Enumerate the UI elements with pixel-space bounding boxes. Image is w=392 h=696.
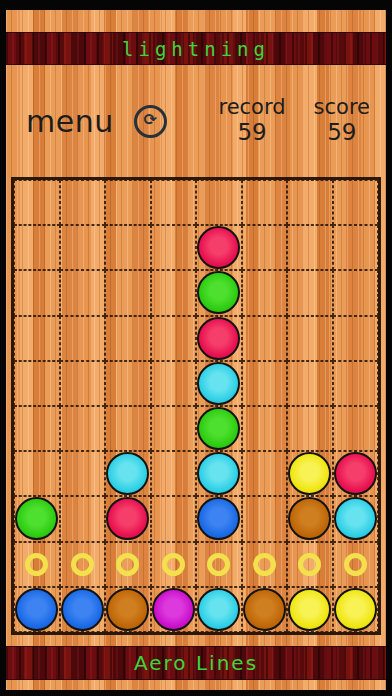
board-cell[interactable] xyxy=(105,316,151,361)
board-cell[interactable] xyxy=(60,451,106,496)
board-cell[interactable] xyxy=(105,587,151,632)
spawn-ring-marker xyxy=(253,553,276,576)
board-cell[interactable] xyxy=(105,451,151,496)
spawn-ring-marker xyxy=(71,553,94,576)
board-cell[interactable] xyxy=(333,451,379,496)
ball-green[interactable] xyxy=(15,497,58,540)
board-cell[interactable] xyxy=(196,587,242,632)
board-cell[interactable] xyxy=(242,542,288,587)
board-cell[interactable] xyxy=(196,361,242,406)
ball-red[interactable] xyxy=(197,317,240,360)
board-cell[interactable] xyxy=(60,542,106,587)
ball-yellow[interactable] xyxy=(288,588,331,631)
app-screen: lightning menu ⟳ record 59 score 59 xyxy=(0,0,392,696)
spawn-ring-marker xyxy=(298,553,321,576)
board-cell[interactable] xyxy=(151,361,197,406)
board-cell[interactable] xyxy=(287,496,333,541)
score-label: score xyxy=(314,96,370,119)
board-cell[interactable] xyxy=(242,496,288,541)
hud-right: record 59 score 59 xyxy=(218,96,370,147)
board-cell[interactable] xyxy=(287,225,333,270)
board-cell[interactable] xyxy=(196,496,242,541)
board-cell[interactable] xyxy=(105,406,151,451)
board-cell[interactable] xyxy=(196,270,242,315)
board-cell[interactable] xyxy=(151,542,197,587)
board-cell[interactable] xyxy=(242,587,288,632)
board-cell[interactable] xyxy=(287,406,333,451)
record-stat: record 59 xyxy=(218,96,285,147)
board-cell[interactable] xyxy=(333,496,379,541)
game-name: Aero Lines xyxy=(134,651,258,675)
board-cell[interactable] xyxy=(287,180,333,225)
board-cell[interactable] xyxy=(60,496,106,541)
ball-green[interactable] xyxy=(197,271,240,314)
ball-cyan[interactable] xyxy=(106,452,149,495)
board-cell[interactable] xyxy=(151,406,197,451)
board-cell[interactable] xyxy=(287,587,333,632)
ball-yellow[interactable] xyxy=(334,588,377,631)
board-cell[interactable] xyxy=(105,496,151,541)
game-board xyxy=(11,177,381,635)
board-cell[interactable] xyxy=(196,225,242,270)
ball-red[interactable] xyxy=(334,452,377,495)
ball-orange[interactable] xyxy=(288,497,331,540)
board-cell[interactable] xyxy=(105,180,151,225)
board-cell[interactable] xyxy=(105,270,151,315)
board-cell[interactable] xyxy=(60,270,106,315)
board-cell[interactable] xyxy=(151,225,197,270)
board-cell[interactable] xyxy=(14,225,60,270)
hud-left: menu ⟳ xyxy=(26,104,167,139)
ball-red[interactable] xyxy=(197,226,240,269)
board-cell[interactable] xyxy=(151,180,197,225)
board-cell[interactable] xyxy=(196,542,242,587)
board-cell[interactable] xyxy=(105,542,151,587)
board-cell[interactable] xyxy=(287,316,333,361)
board-cell[interactable] xyxy=(151,496,197,541)
board-cell[interactable] xyxy=(333,225,379,270)
board-cell[interactable] xyxy=(60,180,106,225)
board-cell[interactable] xyxy=(242,451,288,496)
ball-orange[interactable] xyxy=(243,588,286,631)
board-cell[interactable] xyxy=(151,316,197,361)
app-title: lightning xyxy=(122,38,270,60)
board-cell[interactable] xyxy=(60,406,106,451)
board-cell[interactable] xyxy=(14,451,60,496)
board-cell[interactable] xyxy=(333,270,379,315)
board-cell[interactable] xyxy=(196,451,242,496)
top-wood-strip xyxy=(6,10,386,32)
ball-magenta[interactable] xyxy=(152,588,195,631)
title-bar: lightning xyxy=(6,32,386,65)
ball-blue[interactable] xyxy=(61,588,104,631)
board-cell[interactable] xyxy=(14,542,60,587)
board-cell[interactable] xyxy=(196,406,242,451)
board-cell[interactable] xyxy=(14,361,60,406)
board-cell[interactable] xyxy=(151,587,197,632)
bottom-wood-strip xyxy=(6,680,386,690)
board-cell[interactable] xyxy=(333,361,379,406)
ball-cyan[interactable] xyxy=(197,588,240,631)
score-value: 59 xyxy=(314,119,370,147)
board-cell[interactable] xyxy=(60,587,106,632)
spawn-ring-marker xyxy=(344,553,367,576)
board-cell[interactable] xyxy=(242,316,288,361)
record-value: 59 xyxy=(218,119,285,147)
ball-cyan[interactable] xyxy=(197,362,240,405)
spawn-ring-marker xyxy=(207,553,230,576)
board-cell[interactable] xyxy=(333,316,379,361)
board-cell[interactable] xyxy=(60,225,106,270)
ball-orange[interactable] xyxy=(106,588,149,631)
board-cell[interactable] xyxy=(14,270,60,315)
board-cell[interactable] xyxy=(333,406,379,451)
board-cell[interactable] xyxy=(242,180,288,225)
lower-wood-strip xyxy=(6,635,386,646)
spawn-ring-marker xyxy=(116,553,139,576)
board-cell[interactable] xyxy=(60,361,106,406)
board-cell[interactable] xyxy=(196,316,242,361)
record-label: record xyxy=(218,96,285,119)
board-cell[interactable] xyxy=(14,406,60,451)
ball-blue[interactable] xyxy=(197,497,240,540)
board-cell[interactable] xyxy=(242,406,288,451)
board-cell[interactable] xyxy=(105,225,151,270)
ball-yellow[interactable] xyxy=(288,452,331,495)
board-cell[interactable] xyxy=(242,270,288,315)
board-cell[interactable] xyxy=(60,316,106,361)
board-cell[interactable] xyxy=(333,587,379,632)
board-cell[interactable] xyxy=(14,316,60,361)
footer-bar: Aero Lines xyxy=(6,646,386,680)
board-cell[interactable] xyxy=(242,225,288,270)
board-cell[interactable] xyxy=(196,180,242,225)
board-cell[interactable] xyxy=(333,542,379,587)
restart-icon[interactable]: ⟳ xyxy=(134,105,167,138)
board-cell[interactable] xyxy=(14,587,60,632)
board-cell[interactable] xyxy=(333,180,379,225)
spawn-ring-marker xyxy=(162,553,185,576)
board-cell[interactable] xyxy=(287,270,333,315)
ball-cyan[interactable] xyxy=(334,497,377,540)
board-cell[interactable] xyxy=(287,361,333,406)
board-cell[interactable] xyxy=(287,542,333,587)
score-stat: score 59 xyxy=(314,96,370,147)
circular-arrow-glyph: ⟳ xyxy=(144,112,157,128)
ball-green[interactable] xyxy=(197,407,240,450)
board-cell[interactable] xyxy=(105,361,151,406)
ball-cyan[interactable] xyxy=(197,452,240,495)
board-cell[interactable] xyxy=(287,451,333,496)
board-cell[interactable] xyxy=(151,451,197,496)
menu-button[interactable]: menu xyxy=(26,104,114,139)
ball-blue[interactable] xyxy=(15,588,58,631)
hud-bar: menu ⟳ record 59 score 59 xyxy=(6,65,386,177)
board-cell[interactable] xyxy=(242,361,288,406)
board-cell[interactable] xyxy=(151,270,197,315)
wood-background: lightning menu ⟳ record 59 score 59 xyxy=(6,10,386,690)
ball-red[interactable] xyxy=(106,497,149,540)
spawn-ring-marker xyxy=(25,553,48,576)
board-cell[interactable] xyxy=(14,496,60,541)
board-cell[interactable] xyxy=(14,180,60,225)
